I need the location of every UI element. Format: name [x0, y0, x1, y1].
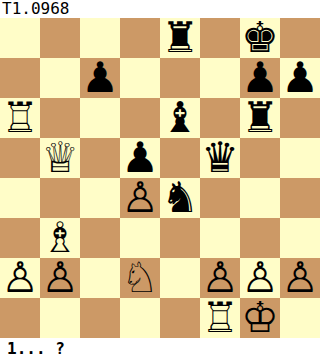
square-c6[interactable]: [80, 98, 120, 138]
move-prompt: 1... ?: [0, 338, 320, 360]
black-bishop: ♝: [161, 98, 199, 138]
square-d7[interactable]: [120, 58, 160, 98]
square-d3[interactable]: [120, 218, 160, 258]
square-b6[interactable]: [40, 98, 80, 138]
square-a1[interactable]: [0, 298, 40, 338]
square-b4[interactable]: [40, 178, 80, 218]
square-d4[interactable]: ♙: [120, 178, 160, 218]
white-king: ♔: [241, 298, 279, 338]
square-f5[interactable]: ♛: [200, 138, 240, 178]
square-g5[interactable]: [240, 138, 280, 178]
white-pawn: ♙: [1, 258, 39, 298]
white-pawn: ♙: [281, 258, 319, 298]
square-g7[interactable]: ♟: [240, 58, 280, 98]
square-c3[interactable]: [80, 218, 120, 258]
square-g6[interactable]: ♜: [240, 98, 280, 138]
square-h6[interactable]: [280, 98, 320, 138]
white-rook: ♖: [201, 298, 239, 338]
square-h5[interactable]: [280, 138, 320, 178]
black-pawn: ♟: [281, 58, 319, 98]
square-e7[interactable]: [160, 58, 200, 98]
black-king: ♚: [241, 18, 279, 58]
square-b3[interactable]: ♗: [40, 218, 80, 258]
square-e6[interactable]: ♝: [160, 98, 200, 138]
black-queen: ♛: [201, 138, 239, 178]
square-f2[interactable]: ♙: [200, 258, 240, 298]
square-g1[interactable]: ♔: [240, 298, 280, 338]
square-b1[interactable]: [40, 298, 80, 338]
square-d2[interactable]: ♘: [120, 258, 160, 298]
square-e8[interactable]: ♜: [160, 18, 200, 58]
square-f7[interactable]: [200, 58, 240, 98]
square-c8[interactable]: [80, 18, 120, 58]
white-pawn: ♙: [121, 178, 159, 218]
black-pawn: ♟: [81, 58, 119, 98]
white-pawn: ♙: [201, 258, 239, 298]
square-f1[interactable]: ♖: [200, 298, 240, 338]
square-h1[interactable]: [280, 298, 320, 338]
white-rook: ♖: [1, 98, 39, 138]
square-a4[interactable]: [0, 178, 40, 218]
black-pawn: ♟: [121, 138, 159, 178]
square-a2[interactable]: ♙: [0, 258, 40, 298]
square-d1[interactable]: [120, 298, 160, 338]
square-h7[interactable]: ♟: [280, 58, 320, 98]
square-d5[interactable]: ♟: [120, 138, 160, 178]
square-b2[interactable]: ♙: [40, 258, 80, 298]
puzzle-id: T1.0968: [0, 0, 320, 18]
square-c7[interactable]: ♟: [80, 58, 120, 98]
square-a7[interactable]: [0, 58, 40, 98]
square-b8[interactable]: [40, 18, 80, 58]
square-f6[interactable]: [200, 98, 240, 138]
white-pawn: ♙: [41, 258, 79, 298]
square-e1[interactable]: [160, 298, 200, 338]
square-h2[interactable]: ♙: [280, 258, 320, 298]
square-a6[interactable]: ♖: [0, 98, 40, 138]
black-rook: ♜: [241, 98, 279, 138]
square-b7[interactable]: [40, 58, 80, 98]
square-c1[interactable]: [80, 298, 120, 338]
black-rook: ♜: [161, 18, 199, 58]
square-f3[interactable]: [200, 218, 240, 258]
square-d6[interactable]: [120, 98, 160, 138]
white-queen: ♕: [41, 138, 79, 178]
square-e3[interactable]: [160, 218, 200, 258]
square-g2[interactable]: ♙: [240, 258, 280, 298]
square-h8[interactable]: [280, 18, 320, 58]
square-c4[interactable]: [80, 178, 120, 218]
black-knight: ♞: [161, 178, 199, 218]
white-bishop: ♗: [41, 218, 79, 258]
square-b5[interactable]: ♕: [40, 138, 80, 178]
square-f4[interactable]: [200, 178, 240, 218]
square-e4[interactable]: ♞: [160, 178, 200, 218]
black-pawn: ♟: [241, 58, 279, 98]
square-a8[interactable]: [0, 18, 40, 58]
square-a3[interactable]: [0, 218, 40, 258]
square-a5[interactable]: [0, 138, 40, 178]
chess-board: ♜♚♟♟♟♖♝♜♕♟♛♙♞♗♙♙♘♙♙♙♖♔: [0, 18, 320, 338]
square-e5[interactable]: [160, 138, 200, 178]
square-h3[interactable]: [280, 218, 320, 258]
square-c5[interactable]: [80, 138, 120, 178]
square-d8[interactable]: [120, 18, 160, 58]
square-c2[interactable]: [80, 258, 120, 298]
square-h4[interactable]: [280, 178, 320, 218]
square-g4[interactable]: [240, 178, 280, 218]
square-g3[interactable]: [240, 218, 280, 258]
white-knight: ♘: [121, 258, 159, 298]
chess-puzzle-window: T1.0968 ♜♚♟♟♟♖♝♜♕♟♛♙♞♗♙♙♘♙♙♙♖♔ 1... ?: [0, 0, 320, 360]
square-e2[interactable]: [160, 258, 200, 298]
square-g8[interactable]: ♚: [240, 18, 280, 58]
square-f8[interactable]: [200, 18, 240, 58]
white-pawn: ♙: [241, 258, 279, 298]
